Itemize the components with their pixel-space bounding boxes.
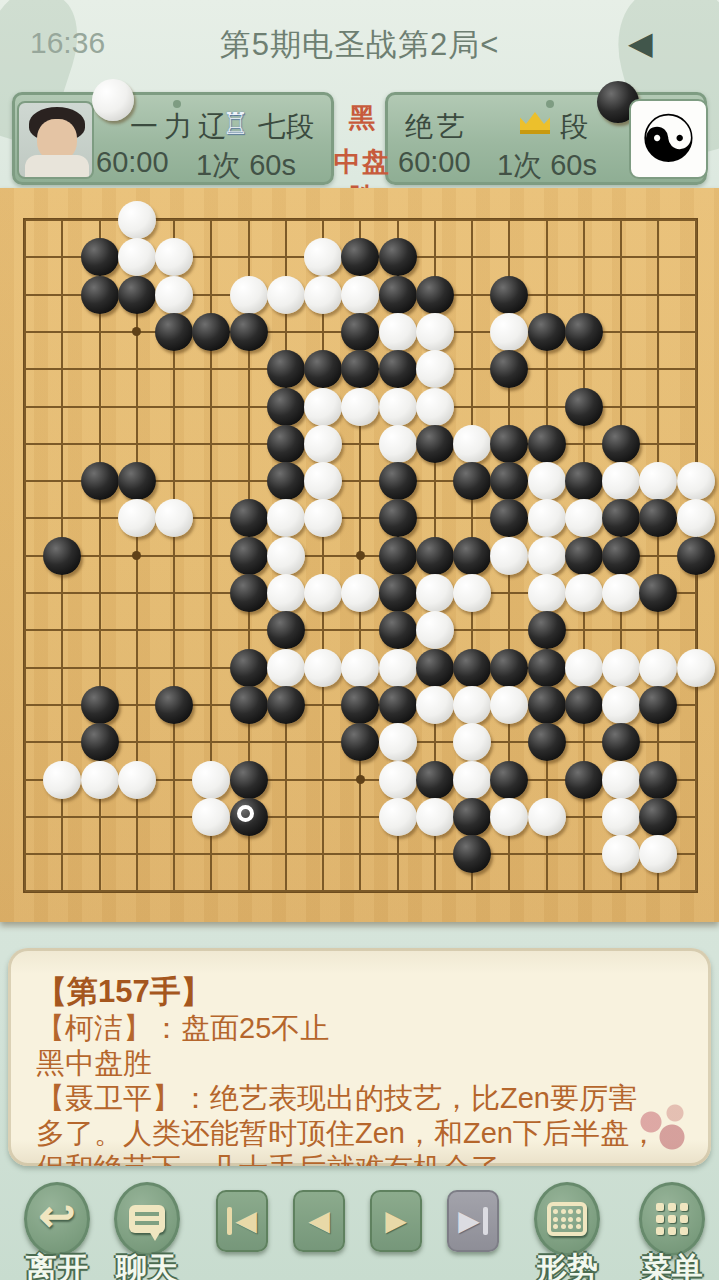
game-title: 第5期电圣战第2局< (0, 24, 719, 66)
stone-black (416, 761, 454, 799)
grid-line (25, 816, 696, 818)
stone-black (379, 499, 417, 537)
stone-black (528, 686, 566, 724)
black-player-rank: 七段 (258, 108, 314, 146)
next-triangle-icon: ▶ (458, 1207, 480, 1235)
stone-white (304, 649, 342, 687)
white-stone-indicator (92, 79, 134, 121)
stone-white (341, 388, 379, 426)
stone-black (639, 686, 677, 724)
stone-black (230, 761, 268, 799)
stone-white (379, 761, 417, 799)
stone-black (490, 276, 528, 314)
stone-white (602, 761, 640, 799)
stone-black (192, 313, 230, 351)
stone-white (416, 388, 454, 426)
stone-white (677, 649, 715, 687)
star-point (356, 551, 365, 560)
stone-white (379, 649, 417, 687)
stone-black (81, 276, 119, 314)
black-main-time: 60:00 (96, 146, 169, 179)
grid-line (25, 890, 696, 892)
stone-white (490, 537, 528, 575)
stone-white (453, 723, 491, 761)
stone-white (602, 835, 640, 873)
stone-black (565, 313, 603, 351)
panel-screw (546, 100, 554, 108)
stone-white (677, 499, 715, 537)
return-arrow-icon: ↩ (39, 1190, 76, 1241)
commentary-line: 多了。人类还能暂时顶住Zen，和Zen下后半盘， (36, 1116, 683, 1151)
stone-white (341, 276, 379, 314)
skip-to-end-button-disabled[interactable]: ▶ (447, 1190, 499, 1252)
stone-white (602, 462, 640, 500)
panel-screw (173, 100, 181, 108)
stone-white (304, 462, 342, 500)
stone-white (528, 499, 566, 537)
skip-bar-icon (227, 1207, 232, 1235)
stone-white (81, 761, 119, 799)
stone-black (416, 425, 454, 463)
stone-black (490, 649, 528, 687)
stone-black (43, 537, 81, 575)
stone-black (230, 649, 268, 687)
stone-black (565, 537, 603, 575)
stone-black (677, 537, 715, 575)
stone-white (602, 686, 640, 724)
white-player-name: 绝艺 (405, 108, 469, 146)
next-move-button[interactable]: ▶ (370, 1190, 422, 1252)
prev-triangle-icon: ◀ (308, 1207, 330, 1235)
stone-white (118, 238, 156, 276)
stone-white (379, 425, 417, 463)
stone-white (416, 574, 454, 612)
stone-white (192, 798, 230, 836)
stone-white (528, 537, 566, 575)
stone-black (341, 313, 379, 351)
black-player-name: 一力辽 (130, 108, 232, 146)
leave-button[interactable]: ↩ (24, 1182, 90, 1256)
stone-white (602, 798, 640, 836)
commentary-line: 【柯洁】：盘面25不止 (36, 1011, 683, 1046)
stone-white (379, 313, 417, 351)
stone-white (267, 574, 305, 612)
stone-black (230, 499, 268, 537)
stone-white (118, 201, 156, 239)
stone-white (453, 574, 491, 612)
white-main-time: 60:00 (398, 146, 471, 179)
stone-black (379, 537, 417, 575)
chat-bubble-icon (129, 1205, 165, 1233)
stone-white (677, 462, 715, 500)
grid-line (25, 853, 696, 855)
white-byoyomi: 1次 60s (497, 146, 597, 186)
avatar-ichiriki-ryo (17, 101, 94, 179)
stone-white (453, 686, 491, 724)
stone-white (565, 574, 603, 612)
stone-black (81, 686, 119, 724)
stone-black (379, 276, 417, 314)
stone-black (639, 761, 677, 799)
stone-white (490, 686, 528, 724)
stone-white (155, 276, 193, 314)
stone-white (416, 313, 454, 351)
white-player-rank: 段 (560, 108, 588, 146)
commentary-panel[interactable]: 【第157手】 【柯洁】：盘面25不止 黑中盘胜 【聂卫平】：绝艺表现出的技艺，… (8, 948, 711, 1166)
situation-button[interactable] (534, 1182, 600, 1256)
stone-white (43, 761, 81, 799)
bottom-toolbar: ↩ 离开 聊天 ◀ ◀ ▶ ▶ 形势 菜单 (0, 1168, 719, 1280)
stone-black (379, 574, 417, 612)
stone-black (528, 313, 566, 351)
stone-black (267, 350, 305, 388)
stone-black (304, 350, 342, 388)
commentary-line: 黑中盘胜 (36, 1046, 683, 1081)
stone-black (230, 537, 268, 575)
stone-black (416, 537, 454, 575)
stone-black (453, 649, 491, 687)
stone-black (81, 462, 119, 500)
stone-black (453, 798, 491, 836)
stone-white (379, 723, 417, 761)
yinyang-icon: ☯ (639, 106, 698, 172)
stone-black (453, 835, 491, 873)
chat-label: 聊天 (97, 1248, 197, 1280)
stone-white (304, 276, 342, 314)
commentary-line: 但和绝艺下，几十手后就难有机会了 (36, 1151, 683, 1166)
back-icon[interactable]: ◀ (628, 24, 653, 62)
stone-white (416, 611, 454, 649)
prev-triangle-icon: ◀ (235, 1207, 257, 1235)
stone-black (379, 686, 417, 724)
stone-black (528, 649, 566, 687)
stone-white (416, 350, 454, 388)
stone-black (267, 462, 305, 500)
stone-black (602, 537, 640, 575)
stone-white (267, 276, 305, 314)
abacus-icon (547, 1202, 587, 1236)
skip-to-start-button[interactable]: ◀ (216, 1190, 268, 1252)
castle-rank-icon: ♖ (222, 106, 249, 141)
stone-white (341, 574, 379, 612)
stone-white (118, 761, 156, 799)
stone-black (341, 686, 379, 724)
stone-black (379, 462, 417, 500)
stone-black (565, 686, 603, 724)
stone-black (230, 313, 268, 351)
commentary-line: 【聂卫平】：绝艺表现出的技艺，比Zen要厉害 (36, 1081, 683, 1116)
flower-decoration (633, 1098, 693, 1158)
stone-black (528, 723, 566, 761)
stone-black (490, 761, 528, 799)
previous-move-button[interactable]: ◀ (293, 1190, 345, 1252)
stone-white (267, 537, 305, 575)
menu-grid-icon (656, 1203, 688, 1235)
stone-black (453, 537, 491, 575)
stone-white (602, 649, 640, 687)
stone-white (565, 649, 603, 687)
stone-black (267, 611, 305, 649)
stone-black (490, 425, 528, 463)
stone-black (267, 425, 305, 463)
stone-black (453, 462, 491, 500)
star-point (356, 775, 365, 784)
stone-black (602, 723, 640, 761)
stone-black (230, 574, 268, 612)
stone-white (416, 686, 454, 724)
skip-bar-icon (483, 1207, 488, 1235)
stone-black (639, 798, 677, 836)
ai-logo-frame: ☯ (629, 99, 708, 179)
stone-white (379, 798, 417, 836)
stone-white (379, 388, 417, 426)
stone-white (602, 574, 640, 612)
stone-black (565, 462, 603, 500)
stone-white (528, 462, 566, 500)
stone-black (528, 425, 566, 463)
situation-label: 形势 (517, 1248, 617, 1280)
stone-black (230, 686, 268, 724)
stone-black (81, 723, 119, 761)
stone-black (267, 388, 305, 426)
stone-white (528, 574, 566, 612)
stone-black (602, 425, 640, 463)
stone-black (118, 462, 156, 500)
stone-black (379, 238, 417, 276)
stone-white (490, 313, 528, 351)
stone-white (565, 499, 603, 537)
stone-black (379, 611, 417, 649)
stone-white (416, 798, 454, 836)
menu-label: 菜单 (622, 1248, 719, 1280)
stone-last-move-black (230, 798, 268, 836)
stone-black (639, 574, 677, 612)
black-byoyomi: 1次 60s (196, 146, 296, 186)
commentary-move-number: 【第157手】 (36, 974, 683, 1009)
stone-white (304, 425, 342, 463)
stone-black (565, 761, 603, 799)
stone-white (118, 499, 156, 537)
stone-white (304, 574, 342, 612)
chat-button[interactable] (114, 1182, 180, 1256)
stone-white (639, 649, 677, 687)
stone-white (267, 649, 305, 687)
stone-black (267, 686, 305, 724)
next-triangle-icon: ▶ (385, 1207, 407, 1235)
stone-black (155, 686, 193, 724)
go-board[interactable] (0, 188, 719, 922)
leave-label: 离开 (7, 1248, 107, 1280)
stone-white (490, 798, 528, 836)
stone-white (267, 499, 305, 537)
stone-white (453, 425, 491, 463)
stone-black (416, 276, 454, 314)
stone-white (192, 761, 230, 799)
stone-white (341, 649, 379, 687)
stone-white (453, 761, 491, 799)
stone-black (416, 649, 454, 687)
stone-black (155, 313, 193, 351)
avatar-body (25, 155, 89, 179)
last-move-marker (237, 805, 254, 822)
menu-button[interactable] (639, 1182, 705, 1256)
stone-white (304, 388, 342, 426)
stone-black (565, 388, 603, 426)
stone-black (528, 611, 566, 649)
stone-black (379, 350, 417, 388)
grid-line (25, 629, 696, 631)
stone-black (81, 238, 119, 276)
stone-black (118, 276, 156, 314)
result-winner: 黑 (322, 100, 402, 136)
stone-white (230, 276, 268, 314)
stone-white (528, 798, 566, 836)
